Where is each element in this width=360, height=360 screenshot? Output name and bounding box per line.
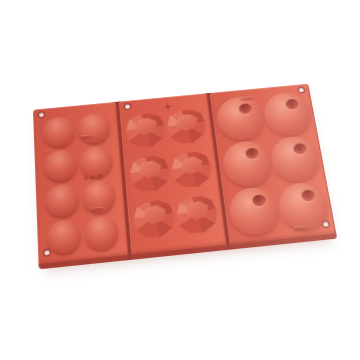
cavity-faceted-gem — [170, 150, 214, 189]
embossed-mark — [83, 173, 103, 182]
cavity-faceted-gem — [125, 112, 167, 150]
cavity-hemisphere — [46, 219, 82, 255]
dimple — [301, 189, 316, 202]
silicone-mold — [33, 84, 337, 270]
hanging-hole — [125, 104, 130, 109]
dimple — [239, 103, 253, 115]
product-photo-scene — [0, 0, 360, 360]
cavity-faceted-gem — [165, 108, 208, 146]
hanging-hole — [323, 221, 329, 226]
embossed-mark — [294, 225, 307, 231]
panel-faceted-gem-cavities — [119, 93, 228, 260]
cavity-dimpled-dome — [214, 95, 267, 142]
dimple — [252, 194, 267, 207]
hanging-hole — [44, 250, 49, 256]
cavity-hemisphere — [42, 116, 76, 149]
dimple — [286, 99, 300, 111]
cavity-hemisphere — [83, 215, 119, 251]
cavity-faceted-gem — [175, 195, 220, 236]
cavity-hemisphere — [44, 183, 79, 218]
cavity-dimpled-dome — [220, 139, 274, 188]
embossed-mark — [164, 102, 172, 110]
panel-dimpled-dome-cavities — [210, 84, 338, 250]
cavity-hemisphere — [43, 149, 77, 183]
hanging-hole — [298, 88, 304, 93]
cavity-faceted-gem — [132, 199, 176, 240]
hanging-hole — [39, 112, 44, 117]
dimple — [245, 148, 259, 160]
cavity-faceted-gem — [129, 154, 172, 194]
dimple — [293, 143, 308, 155]
cavity-dimpled-dome — [226, 186, 281, 238]
panel-hemisphere-cavities — [33, 102, 129, 269]
cavity-dimpled-dome — [261, 91, 314, 138]
cavity-dimpled-dome — [268, 135, 323, 184]
